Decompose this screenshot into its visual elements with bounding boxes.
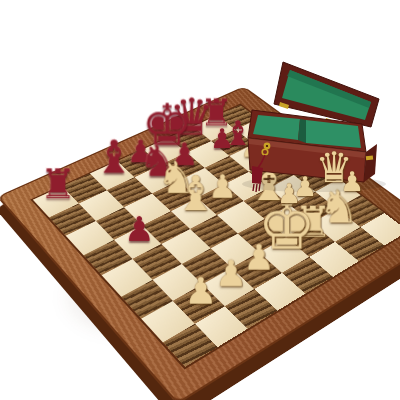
chess-set-photo: ♜♝♟♚♛♜♞♟♞♟♟♝♟♝♟♟♟♚♜♞ ♟♝♟♟♛♟: [0, 0, 400, 400]
square-a8: ♜: [33, 186, 78, 217]
keyhole: [266, 145, 268, 147]
piece-white-bishop: ♝: [162, 169, 230, 217]
piece-red-pawn: ♟: [104, 212, 174, 246]
brass-side-handle: [366, 156, 373, 161]
piece-red-rook: ♜: [24, 165, 91, 205]
square-d5: ♝: [170, 197, 217, 229]
storage-box: [236, 48, 400, 194]
square-b2: ♟: [172, 284, 224, 323]
piece-white-pawn: ♟: [163, 272, 239, 309]
